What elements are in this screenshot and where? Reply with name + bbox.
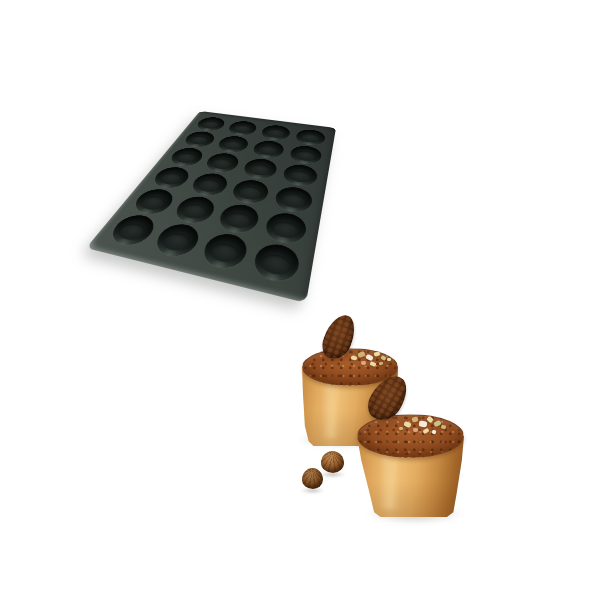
nut-crumb	[399, 427, 403, 430]
nut-crumb	[413, 428, 418, 432]
mold-cavity	[198, 231, 251, 273]
mold-cavity	[170, 194, 219, 226]
mold-cavity	[259, 124, 292, 142]
mold-plate	[86, 111, 336, 303]
baking-mold	[0, 0, 600, 600]
mold-cavities	[86, 111, 336, 303]
hazelnut	[302, 468, 323, 489]
dessert-front	[352, 372, 474, 530]
mold-cavity	[150, 221, 204, 260]
mold-cavity	[181, 130, 218, 149]
mold-cavity	[294, 128, 327, 147]
dessert-front-cocoa-top	[357, 414, 464, 458]
mold-cavity	[105, 212, 160, 248]
mold-cavity	[215, 202, 263, 236]
nut-crumb	[351, 356, 358, 361]
nut-crumb	[441, 425, 447, 430]
mold-cavity	[262, 210, 309, 246]
mold-cavity	[240, 157, 279, 181]
photo-background	[0, 0, 600, 600]
nut-crumb	[387, 358, 391, 361]
mold-cavity	[288, 144, 323, 166]
mold-cavity	[129, 187, 178, 217]
mold-cavity	[250, 241, 302, 286]
mold-cavity	[225, 120, 259, 137]
nut-crumb	[361, 361, 366, 365]
hazelnut-group	[300, 448, 352, 500]
mold-cavity	[272, 185, 314, 215]
mold-cavity	[166, 146, 207, 168]
nut-crumb	[419, 420, 428, 427]
mold-cavity	[250, 139, 286, 160]
mold-cavity	[149, 165, 194, 190]
hazelnut	[321, 451, 344, 473]
mold-cavity	[229, 178, 272, 206]
mold-cavity	[202, 152, 242, 175]
mold-cavity	[281, 163, 319, 188]
mold-cavity	[194, 116, 228, 132]
mold-cavity	[188, 171, 232, 198]
mold-cavity	[215, 135, 252, 155]
